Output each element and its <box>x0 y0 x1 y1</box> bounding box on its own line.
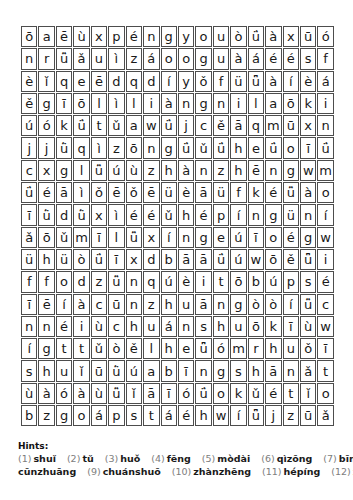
grid-cell[interactable]: ǘ <box>317 137 333 158</box>
grid-cell[interactable]: ǔ <box>108 115 124 136</box>
grid-cell[interactable]: e <box>73 71 89 92</box>
grid-cell[interactable]: q <box>143 271 159 292</box>
grid-cell[interactable]: h <box>178 204 194 225</box>
grid-cell[interactable]: g <box>161 26 177 47</box>
grid-cell[interactable]: ō <box>283 93 299 114</box>
grid-cell[interactable]: ū <box>283 115 299 136</box>
grid-cell[interactable]: é <box>143 204 159 225</box>
grid-cell[interactable]: f <box>38 271 54 292</box>
grid-cell[interactable]: g <box>195 227 211 248</box>
grid-cell[interactable]: h <box>38 249 54 270</box>
grid-cell[interactable]: ú <box>21 115 37 136</box>
grid-cell[interactable]: à <box>265 71 281 92</box>
grid-cell[interactable]: u <box>56 360 72 381</box>
grid-cell[interactable]: ī <box>91 227 107 248</box>
grid-cell[interactable]: ǘ <box>265 137 281 158</box>
grid-cell[interactable]: b <box>21 405 37 426</box>
grid-cell[interactable]: g <box>283 160 299 181</box>
grid-cell[interactable]: à <box>300 182 316 203</box>
grid-cell[interactable]: í <box>21 338 37 359</box>
grid-cell[interactable]: g <box>38 93 54 114</box>
grid-cell[interactable]: h <box>161 160 177 181</box>
grid-cell[interactable]: z <box>283 405 299 426</box>
grid-cell[interactable]: í <box>283 71 299 92</box>
grid-cell[interactable]: k <box>230 383 246 404</box>
grid-cell[interactable]: d <box>56 204 72 225</box>
grid-cell[interactable]: ū <box>108 294 124 315</box>
grid-cell[interactable]: t <box>317 360 333 381</box>
grid-cell[interactable]: n <box>283 360 299 381</box>
grid-cell[interactable]: ù <box>73 26 89 47</box>
grid-cell[interactable]: ǔ <box>161 204 177 225</box>
grid-cell[interactable]: c <box>317 294 333 315</box>
grid-cell[interactable]: o <box>213 383 229 404</box>
grid-cell[interactable]: ǖ <box>248 405 264 426</box>
grid-cell[interactable]: ǚ <box>283 182 299 203</box>
grid-cell[interactable]: k <box>265 316 281 337</box>
grid-cell[interactable]: t <box>283 383 299 404</box>
grid-cell[interactable]: n <box>143 137 159 158</box>
grid-cell[interactable]: é <box>38 182 54 203</box>
grid-cell[interactable]: a <box>143 360 159 381</box>
grid-cell[interactable]: ǔ <box>91 338 107 359</box>
grid-cell[interactable]: u <box>213 48 229 69</box>
grid-cell[interactable]: ǐ <box>300 383 316 404</box>
grid-cell[interactable]: f <box>21 271 37 292</box>
grid-cell[interactable]: g <box>195 48 211 69</box>
grid-cell[interactable]: ü <box>230 71 246 92</box>
grid-cell[interactable]: h <box>126 316 142 337</box>
grid-cell[interactable]: ǔ <box>248 383 264 404</box>
grid-cell[interactable]: ǔ <box>56 227 72 248</box>
grid-cell[interactable]: ǘ <box>91 249 107 270</box>
grid-cell[interactable]: i <box>73 316 89 337</box>
grid-cell[interactable]: ǚ <box>108 271 124 292</box>
grid-cell[interactable]: ǚ <box>56 48 72 69</box>
grid-cell[interactable]: í <box>230 204 246 225</box>
grid-cell[interactable]: o <box>317 383 333 404</box>
grid-cell[interactable]: ǘ <box>73 115 89 136</box>
grid-cell[interactable]: w <box>317 316 333 337</box>
grid-cell[interactable]: p <box>213 204 229 225</box>
grid-cell[interactable]: ù <box>126 160 142 181</box>
grid-cell[interactable]: n <box>248 204 264 225</box>
grid-cell[interactable]: g <box>38 338 54 359</box>
grid-cell[interactable]: ǘ <box>178 137 194 158</box>
grid-cell[interactable]: q <box>73 137 89 158</box>
grid-cell[interactable]: ō <box>230 271 246 292</box>
grid-cell[interactable]: ǘ <box>213 249 229 270</box>
grid-cell[interactable]: n <box>38 316 54 337</box>
grid-cell[interactable]: ì <box>108 48 124 69</box>
grid-cell[interactable]: h <box>161 338 177 359</box>
grid-cell[interactable]: ā <box>195 249 211 270</box>
grid-cell[interactable]: x <box>283 26 299 47</box>
grid-cell[interactable]: ú <box>126 360 142 381</box>
grid-cell[interactable]: m <box>230 338 246 359</box>
grid-cell[interactable]: à <box>73 383 89 404</box>
grid-cell[interactable]: ú <box>265 271 281 292</box>
grid-cell[interactable]: w <box>317 227 333 248</box>
grid-cell[interactable]: í <box>230 405 246 426</box>
grid-cell[interactable]: f <box>230 182 246 203</box>
grid-cell[interactable]: ǜ <box>38 204 54 225</box>
grid-cell[interactable]: x <box>143 227 159 248</box>
grid-cell[interactable]: n <box>265 160 281 181</box>
grid-cell[interactable]: n <box>178 316 194 337</box>
grid-cell[interactable]: ù <box>21 383 37 404</box>
grid-cell[interactable]: ō <box>73 93 89 114</box>
grid-cell[interactable]: w <box>213 405 229 426</box>
grid-cell[interactable]: ó <box>38 115 54 136</box>
grid-cell[interactable]: y <box>178 71 194 92</box>
grid-cell[interactable]: ō <box>38 227 54 248</box>
grid-cell[interactable]: o <box>195 26 211 47</box>
grid-cell[interactable]: ǒ <box>91 182 107 203</box>
grid-cell[interactable]: n <box>195 160 211 181</box>
grid-cell[interactable]: ā <box>230 115 246 136</box>
grid-cell[interactable]: ó <box>56 383 72 404</box>
grid-cell[interactable]: ī <box>161 383 177 404</box>
grid-cell[interactable]: h <box>195 405 211 426</box>
grid-cell[interactable]: i <box>230 93 246 114</box>
grid-cell[interactable]: n <box>178 227 194 248</box>
grid-cell[interactable]: ǎ <box>73 48 89 69</box>
grid-cell[interactable]: ī <box>317 338 333 359</box>
grid-cell[interactable]: ō <box>21 26 37 47</box>
grid-cell[interactable]: ǎ <box>300 360 316 381</box>
grid-cell[interactable]: h <box>38 360 54 381</box>
grid-cell[interactable]: ǜ <box>56 137 72 158</box>
grid-cell[interactable]: ó <box>213 338 229 359</box>
grid-cell[interactable]: n <box>213 93 229 114</box>
grid-cell[interactable]: t <box>56 338 72 359</box>
grid-cell[interactable]: l <box>73 160 89 181</box>
grid-cell[interactable]: w <box>143 115 159 136</box>
grid-cell[interactable]: ō <box>126 137 142 158</box>
grid-cell[interactable]: l <box>126 93 142 114</box>
grid-cell[interactable]: r <box>248 338 264 359</box>
grid-cell[interactable]: é <box>178 405 194 426</box>
grid-cell[interactable]: n <box>21 48 37 69</box>
grid-cell[interactable]: ǚ <box>126 227 142 248</box>
grid-cell[interactable]: ü <box>283 204 299 225</box>
grid-cell[interactable]: a <box>38 26 54 47</box>
grid-cell[interactable]: h <box>248 360 264 381</box>
grid-cell[interactable]: n <box>195 360 211 381</box>
grid-cell[interactable]: à <box>265 26 281 47</box>
grid-cell[interactable]: ǒ <box>195 71 211 92</box>
grid-cell[interactable]: ā <box>178 249 194 270</box>
grid-cell[interactable]: ó <box>317 26 333 47</box>
grid-cell[interactable]: ó <box>178 383 194 404</box>
grid-cell[interactable]: è <box>21 71 37 92</box>
grid-cell[interactable]: o <box>283 137 299 158</box>
grid-cell[interactable]: ò <box>73 249 89 270</box>
grid-cell[interactable]: á <box>161 316 177 337</box>
grid-cell[interactable]: h <box>213 316 229 337</box>
grid-cell[interactable]: ǚ <box>300 294 316 315</box>
grid-cell[interactable]: n <box>300 204 316 225</box>
grid-cell[interactable]: o <box>317 182 333 203</box>
grid-cell[interactable]: q <box>248 115 264 136</box>
grid-cell[interactable]: g <box>161 137 177 158</box>
grid-cell[interactable]: n <box>143 26 159 47</box>
grid-cell[interactable]: ā <box>143 383 159 404</box>
grid-cell[interactable]: ī <box>108 249 124 270</box>
grid-cell[interactable]: ì <box>73 182 89 203</box>
grid-cell[interactable]: t <box>213 271 229 292</box>
grid-cell[interactable]: ī <box>21 294 37 315</box>
grid-cell[interactable]: d <box>73 271 89 292</box>
grid-cell[interactable]: ǜ <box>73 204 89 225</box>
grid-cell[interactable]: ì <box>108 204 124 225</box>
grid-cell[interactable]: z <box>143 160 159 181</box>
grid-cell[interactable]: ú <box>230 227 246 248</box>
grid-cell[interactable]: ǚ <box>108 383 124 404</box>
grid-cell[interactable]: g <box>195 93 211 114</box>
grid-cell[interactable]: z <box>38 405 54 426</box>
grid-cell[interactable]: x <box>38 160 54 181</box>
grid-cell[interactable]: ǔ <box>195 137 211 158</box>
grid-cell[interactable]: n <box>126 271 142 292</box>
grid-cell[interactable]: ǒ <box>300 338 316 359</box>
grid-cell[interactable]: é <box>126 204 142 225</box>
grid-cell[interactable]: ǎ <box>21 227 37 248</box>
grid-cell[interactable]: a <box>265 93 281 114</box>
grid-cell[interactable]: c <box>108 316 124 337</box>
grid-cell[interactable]: z <box>126 48 142 69</box>
grid-cell[interactable]: ò <box>230 26 246 47</box>
grid-cell[interactable]: ì <box>108 93 124 114</box>
grid-cell[interactable]: i <box>143 93 159 114</box>
grid-cell[interactable]: u <box>178 294 194 315</box>
grid-cell[interactable]: i <box>317 249 333 270</box>
grid-cell[interactable]: l <box>91 93 107 114</box>
grid-cell[interactable]: ǐ <box>126 383 142 404</box>
grid-cell[interactable]: ǐ <box>38 71 54 92</box>
grid-cell[interactable]: ü <box>56 249 72 270</box>
grid-cell[interactable]: s <box>126 405 142 426</box>
grid-cell[interactable]: é <box>265 182 281 203</box>
grid-cell[interactable]: ǒ <box>126 182 142 203</box>
grid-cell[interactable]: é <box>56 316 72 337</box>
grid-cell[interactable]: ǖ <box>300 249 316 270</box>
grid-cell[interactable]: n <box>178 93 194 114</box>
grid-cell[interactable]: á <box>317 71 333 92</box>
grid-cell[interactable]: ǖ <box>248 71 264 92</box>
grid-cell[interactable]: i <box>195 271 211 292</box>
grid-cell[interactable]: k <box>56 115 72 136</box>
grid-cell[interactable]: n <box>213 294 229 315</box>
grid-cell[interactable]: h <box>265 338 281 359</box>
grid-cell[interactable]: è <box>178 182 194 203</box>
grid-cell[interactable]: ü <box>213 182 229 203</box>
grid-cell[interactable]: ú <box>108 160 124 181</box>
grid-cell[interactable]: q <box>126 71 142 92</box>
grid-cell[interactable]: g <box>300 227 316 248</box>
grid-cell[interactable]: ī <box>248 227 264 248</box>
grid-cell[interactable]: ù <box>91 383 107 404</box>
grid-cell[interactable]: g <box>265 204 281 225</box>
grid-cell[interactable]: à <box>38 383 54 404</box>
grid-cell[interactable]: z <box>213 160 229 181</box>
grid-cell[interactable]: q <box>56 71 72 92</box>
grid-cell[interactable]: ū <box>300 405 316 426</box>
grid-cell[interactable]: p <box>108 26 124 47</box>
grid-cell[interactable]: á <box>248 48 264 69</box>
grid-cell[interactable]: t <box>91 115 107 136</box>
grid-cell[interactable]: g <box>56 160 72 181</box>
grid-cell[interactable]: h <box>161 294 177 315</box>
grid-cell[interactable]: g <box>213 360 229 381</box>
grid-cell[interactable]: o <box>178 48 194 69</box>
grid-cell[interactable]: n <box>317 115 333 136</box>
grid-cell[interactable]: t <box>143 405 159 426</box>
grid-cell[interactable]: b <box>161 360 177 381</box>
grid-cell[interactable]: p <box>108 405 124 426</box>
grid-cell[interactable]: ǖ <box>195 338 211 359</box>
grid-cell[interactable]: í <box>283 294 299 315</box>
grid-cell[interactable]: j <box>21 137 37 158</box>
grid-cell[interactable]: j <box>38 137 54 158</box>
grid-cell[interactable]: ì <box>91 137 107 158</box>
grid-cell[interactable]: u <box>143 316 159 337</box>
grid-cell[interactable]: ò <box>108 338 124 359</box>
grid-cell[interactable]: ō <box>265 249 281 270</box>
grid-cell[interactable]: à <box>230 48 246 69</box>
grid-cell[interactable]: ü <box>161 182 177 203</box>
grid-cell[interactable]: í <box>161 71 177 92</box>
grid-cell[interactable]: á <box>143 48 159 69</box>
grid-cell[interactable]: ǘ <box>21 182 37 203</box>
grid-cell[interactable]: í <box>317 204 333 225</box>
grid-cell[interactable]: c <box>91 294 107 315</box>
grid-cell[interactable]: o <box>56 271 72 292</box>
grid-cell[interactable]: m <box>265 115 281 136</box>
grid-cell[interactable]: é <box>283 227 299 248</box>
grid-cell[interactable]: l <box>108 227 124 248</box>
grid-cell[interactable]: i <box>317 93 333 114</box>
grid-cell[interactable]: ǐ <box>73 360 89 381</box>
grid-cell[interactable]: é <box>265 383 281 404</box>
grid-cell[interactable]: ǘ <box>161 115 177 136</box>
grid-cell[interactable]: j <box>265 405 281 426</box>
grid-cell[interactable]: á <box>161 405 177 426</box>
grid-cell[interactable]: o <box>73 405 89 426</box>
grid-cell[interactable]: ā <box>195 294 211 315</box>
grid-cell[interactable]: ē <box>143 182 159 203</box>
grid-cell[interactable]: k <box>248 182 264 203</box>
grid-cell[interactable]: í <box>56 294 72 315</box>
grid-cell[interactable]: u <box>230 316 246 337</box>
grid-cell[interactable]: f <box>317 48 333 69</box>
grid-cell[interactable]: ī <box>300 137 316 158</box>
grid-cell[interactable]: g <box>230 294 246 315</box>
grid-cell[interactable]: c <box>21 160 37 181</box>
grid-cell[interactable]: ò <box>265 294 281 315</box>
grid-cell[interactable]: w <box>300 160 316 181</box>
grid-cell[interactable]: z <box>91 271 107 292</box>
grid-cell[interactable]: ě <box>283 249 299 270</box>
grid-cell[interactable]: w <box>248 249 264 270</box>
grid-cell[interactable]: ē <box>38 294 54 315</box>
grid-cell[interactable]: ē <box>91 71 107 92</box>
grid-cell[interactable]: ā <box>56 182 72 203</box>
grid-cell[interactable]: ē <box>248 160 264 181</box>
grid-cell[interactable]: à <box>161 93 177 114</box>
grid-cell[interactable]: l <box>143 338 159 359</box>
grid-cell[interactable]: s <box>195 316 211 337</box>
grid-cell[interactable]: ü <box>21 249 37 270</box>
grid-cell[interactable]: b <box>161 249 177 270</box>
grid-cell[interactable]: z <box>108 137 124 158</box>
grid-cell[interactable]: ú <box>161 271 177 292</box>
grid-cell[interactable]: s <box>300 48 316 69</box>
grid-cell[interactable]: z <box>143 294 159 315</box>
grid-cell[interactable]: h <box>230 137 246 158</box>
grid-cell[interactable]: u <box>91 48 107 69</box>
grid-cell[interactable]: ě <box>213 115 229 136</box>
grid-cell[interactable]: è <box>178 271 194 292</box>
grid-cell[interactable]: é <box>283 48 299 69</box>
grid-cell[interactable]: í <box>161 227 177 248</box>
grid-cell[interactable]: g <box>56 405 72 426</box>
grid-cell[interactable]: ò <box>248 294 264 315</box>
grid-cell[interactable]: n <box>21 316 37 337</box>
grid-cell[interactable]: ō <box>248 316 264 337</box>
grid-cell[interactable]: è <box>300 71 316 92</box>
grid-cell[interactable]: à <box>178 160 194 181</box>
grid-cell[interactable]: ǘ <box>213 137 229 158</box>
grid-cell[interactable]: é <box>317 271 333 292</box>
grid-cell[interactable]: u <box>283 338 299 359</box>
grid-cell[interactable]: b <box>248 271 264 292</box>
grid-cell[interactable]: y <box>178 26 194 47</box>
grid-cell[interactable]: c <box>195 115 211 136</box>
grid-cell[interactable]: á <box>91 405 107 426</box>
grid-cell[interactable]: ū <box>300 26 316 47</box>
grid-cell[interactable]: ě <box>21 93 37 114</box>
grid-cell[interactable]: s <box>300 271 316 292</box>
grid-cell[interactable]: u <box>213 26 229 47</box>
grid-cell[interactable]: o <box>161 48 177 69</box>
grid-cell[interactable]: ù <box>91 316 107 337</box>
grid-cell[interactable]: d <box>143 249 159 270</box>
grid-cell[interactable]: f <box>213 71 229 92</box>
grid-cell[interactable]: é <box>126 26 142 47</box>
grid-cell[interactable]: ē <box>56 26 72 47</box>
grid-cell[interactable]: d <box>143 71 159 92</box>
grid-cell[interactable]: ē <box>108 182 124 203</box>
grid-cell[interactable]: x <box>126 249 142 270</box>
grid-cell[interactable]: r <box>38 48 54 69</box>
grid-cell[interactable]: x <box>300 115 316 136</box>
grid-cell[interactable]: j <box>178 115 194 136</box>
grid-cell[interactable]: ù <box>300 316 316 337</box>
grid-cell[interactable]: ī <box>21 204 37 225</box>
grid-cell[interactable]: ī <box>178 360 194 381</box>
grid-cell[interactable]: ú <box>230 249 246 270</box>
grid-cell[interactable]: s <box>21 360 37 381</box>
grid-cell[interactable]: t <box>73 338 89 359</box>
grid-cell[interactable]: é <box>195 204 211 225</box>
grid-cell[interactable]: a <box>126 115 142 136</box>
grid-cell[interactable]: ǘ <box>248 26 264 47</box>
grid-cell[interactable]: p <box>283 271 299 292</box>
grid-cell[interactable]: ǎ <box>317 405 333 426</box>
grid-cell[interactable]: ī <box>56 93 72 114</box>
